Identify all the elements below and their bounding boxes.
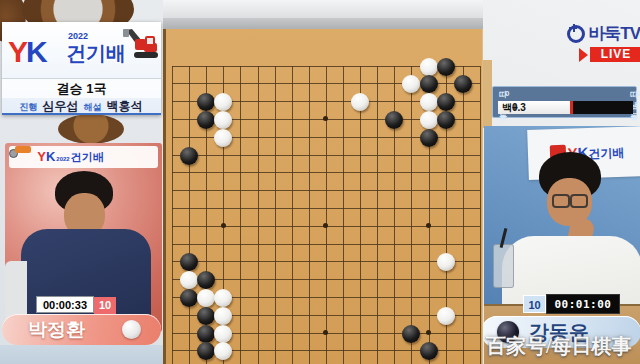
yk-logo: YK (8, 26, 46, 78)
coffee-cup (493, 244, 514, 288)
black-stone (437, 93, 455, 111)
excavator-icon (122, 28, 160, 62)
logo-letter-k: K (26, 35, 46, 68)
star-point (426, 330, 431, 335)
win-rate-bar: 백+0.3 (498, 101, 633, 114)
board-area (163, 0, 486, 364)
tournament-card: YK 2022 건기배 결승 1국 진행 심우섭 (2, 22, 161, 115)
black-stone (197, 93, 215, 111)
banner-letter-k: K (46, 149, 55, 164)
commentator-label: 해설 (84, 102, 102, 112)
black-stone (180, 147, 198, 165)
white-stone (420, 93, 438, 111)
video-banner-logo: YK 2022 건기배 (9, 146, 158, 168)
ai-bar-black (573, 101, 633, 114)
right-clock: 1000:01:00 (523, 294, 620, 314)
logo-letter-y: Y (8, 35, 26, 68)
white-stone (214, 325, 232, 343)
black-stone (420, 75, 438, 93)
commentator-name: 백홍석 (107, 99, 143, 113)
host-name: 심우섭 (43, 99, 79, 113)
staff-line: 진행 심우섭 해설 백홍석 (2, 98, 161, 113)
black-stone (180, 289, 198, 307)
logo-event-name: 건기배 (66, 40, 126, 67)
ai-bar-white: 백+0.3 (498, 101, 570, 114)
left-clock-periods: 10 (94, 297, 116, 314)
white-stone (214, 93, 232, 111)
white-stone (402, 75, 420, 93)
round-title: 결승 1국 (2, 78, 161, 98)
black-stone (437, 111, 455, 129)
white-stone (351, 93, 369, 111)
white-stone (437, 307, 455, 325)
captures-row: 따냄돌0 따냄돌1 (493, 88, 636, 100)
white-stone (214, 129, 232, 147)
left-clock: 00:00:3310 (36, 296, 116, 313)
broadcaster-logo: 바둑TV (567, 22, 640, 46)
black-stone (402, 325, 420, 343)
go-board (163, 29, 486, 364)
banner-year: 2022 (56, 156, 69, 162)
black-stone (197, 271, 215, 289)
banner-letter-y: Y (37, 149, 46, 164)
white-stone-icon (122, 320, 141, 339)
black-stone (420, 342, 438, 360)
live-arrow-icon (579, 48, 588, 62)
white-stone (420, 111, 438, 129)
right-clock-periods: 10 (523, 295, 546, 313)
star-point (323, 330, 328, 335)
black-stone (197, 325, 215, 343)
logo-event-block: 2022 건기배 (66, 31, 128, 75)
black-stone (180, 253, 198, 271)
go-board-grid (166, 29, 486, 364)
left-player-name-bar: 박정환 (2, 314, 161, 345)
black-stone (437, 58, 455, 76)
glasses-icon (552, 194, 588, 205)
broadcast-frame: YK 2022 건기배 결승 1국 진행 심우섭 (0, 0, 640, 364)
black-stone (454, 75, 472, 93)
right-clock-time: 00:01:00 (546, 294, 620, 314)
white-stone (437, 253, 455, 271)
host-label: 진행 (20, 102, 38, 112)
wall-strip (163, 0, 486, 18)
baduktv-circle-icon (567, 25, 585, 43)
white-stone (214, 307, 232, 325)
star-point (323, 223, 328, 228)
white-stone (197, 289, 215, 307)
star-point (221, 223, 226, 228)
desk-strip (0, 345, 163, 364)
broadcaster-name: 바둑TV (588, 22, 640, 45)
white-stone (214, 342, 232, 360)
black-stone (197, 342, 215, 360)
black-stone (197, 111, 215, 129)
live-badge: LIVE (579, 47, 640, 62)
black-stone (385, 111, 403, 129)
right-panel: 바둑TV LIVE 따냄돌0 따냄돌1 백+0.3 YK 건기배 (483, 0, 640, 364)
road-roller-icon (108, 155, 130, 167)
star-point (426, 223, 431, 228)
tournament-logo: YK 2022 건기배 (2, 26, 161, 78)
white-stone (214, 111, 232, 129)
watermark: 百家号/每日棋事 (486, 333, 640, 360)
ai-score-panel: 따냄돌0 따냄돌1 백+0.3 (492, 86, 637, 118)
white-stone (180, 271, 198, 289)
wall-edge (163, 18, 486, 29)
star-point (323, 116, 328, 121)
left-panel: YK 2022 건기배 결승 1국 진행 심우섭 (0, 0, 163, 364)
white-stone (214, 289, 232, 307)
board-side-edge (483, 60, 492, 128)
black-stone (197, 307, 215, 325)
left-clock-time: 00:00:33 (36, 296, 94, 313)
black-stone (420, 129, 438, 147)
live-label: LIVE (590, 47, 640, 62)
banner2-event: 건기배 (588, 146, 624, 161)
banner-event: 건기배 (71, 151, 104, 163)
bowl-lid (58, 114, 124, 144)
white-stone (420, 58, 438, 76)
